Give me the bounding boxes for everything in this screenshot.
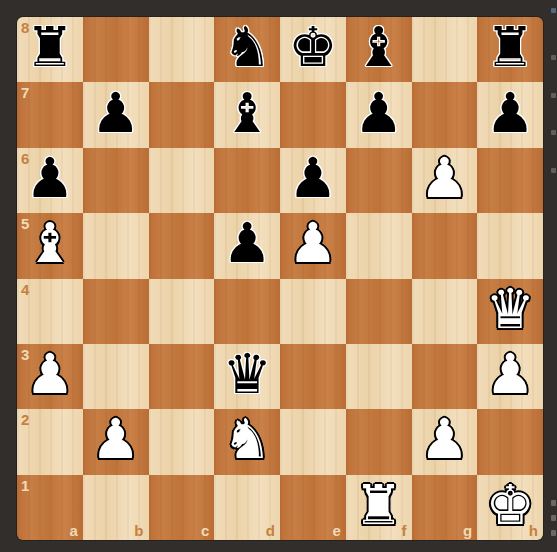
square-g6[interactable]: ♟	[412, 148, 478, 213]
square-d5[interactable]: ♟	[214, 213, 280, 278]
square-g2[interactable]: ♟	[412, 409, 478, 474]
square-g4[interactable]	[412, 279, 478, 344]
square-e4[interactable]	[280, 279, 346, 344]
piece-white-pawn[interactable]: ♟	[91, 412, 140, 467]
piece-white-rook[interactable]: ♜	[354, 478, 403, 533]
square-h3[interactable]: ♟	[477, 344, 543, 409]
square-h2[interactable]	[477, 409, 543, 474]
rank-label-1: 1	[21, 477, 29, 494]
square-f6[interactable]	[346, 148, 412, 213]
square-b8[interactable]	[83, 17, 149, 82]
piece-black-bishop[interactable]: ♝	[222, 86, 271, 141]
cutoff-text-fragment	[551, 500, 556, 506]
square-h4[interactable]: ♛	[477, 279, 543, 344]
square-d4[interactable]	[214, 279, 280, 344]
square-g3[interactable]	[412, 344, 478, 409]
square-h6[interactable]	[477, 148, 543, 213]
piece-black-pawn[interactable]: ♟	[288, 151, 337, 206]
square-h1[interactable]: h♚	[477, 475, 543, 540]
square-f4[interactable]	[346, 279, 412, 344]
square-g8[interactable]	[412, 17, 478, 82]
cutoff-text-fragment	[551, 93, 556, 98]
rank-label-4: 4	[21, 281, 29, 298]
square-c7[interactable]	[149, 82, 215, 147]
square-a3[interactable]: 3♟	[17, 344, 83, 409]
square-c8[interactable]	[149, 17, 215, 82]
square-e3[interactable]	[280, 344, 346, 409]
file-label-b: b	[134, 522, 143, 539]
square-e6[interactable]: ♟	[280, 148, 346, 213]
square-b4[interactable]	[83, 279, 149, 344]
square-g5[interactable]	[412, 213, 478, 278]
file-label-c: c	[201, 522, 209, 539]
piece-white-pawn[interactable]: ♟	[25, 347, 74, 402]
square-f8[interactable]: ♝	[346, 17, 412, 82]
file-label-e: e	[332, 522, 340, 539]
square-f7[interactable]: ♟	[346, 82, 412, 147]
square-d1[interactable]: d	[214, 475, 280, 540]
piece-white-knight[interactable]: ♞	[222, 412, 271, 467]
square-a8[interactable]: 8♜	[17, 17, 83, 82]
square-a4[interactable]: 4	[17, 279, 83, 344]
piece-white-king[interactable]: ♚	[485, 478, 534, 533]
square-c3[interactable]	[149, 344, 215, 409]
square-g1[interactable]: g	[412, 475, 478, 540]
file-label-a: a	[69, 522, 77, 539]
piece-white-pawn[interactable]: ♟	[485, 347, 534, 402]
square-d8[interactable]: ♞	[214, 17, 280, 82]
square-h5[interactable]	[477, 213, 543, 278]
square-a5[interactable]: 5♝	[17, 213, 83, 278]
cutoff-text-fragment	[551, 8, 556, 13]
file-label-g: g	[463, 522, 472, 539]
piece-black-rook[interactable]: ♜	[25, 20, 74, 75]
square-b2[interactable]: ♟	[83, 409, 149, 474]
piece-black-pawn[interactable]: ♟	[25, 151, 74, 206]
piece-black-knight[interactable]: ♞	[222, 20, 271, 75]
cutoff-text-fragment	[551, 55, 556, 60]
square-d6[interactable]	[214, 148, 280, 213]
rank-label-7: 7	[21, 84, 29, 101]
square-e5[interactable]: ♟	[280, 213, 346, 278]
file-label-d: d	[266, 522, 275, 539]
piece-white-bishop[interactable]: ♝	[25, 216, 74, 271]
square-f3[interactable]	[346, 344, 412, 409]
square-b6[interactable]	[83, 148, 149, 213]
piece-white-pawn[interactable]: ♟	[420, 151, 469, 206]
square-a1[interactable]: 1a	[17, 475, 83, 540]
square-c2[interactable]	[149, 409, 215, 474]
square-e7[interactable]	[280, 82, 346, 147]
square-d3[interactable]: ♛	[214, 344, 280, 409]
cutoff-text-fragment	[551, 168, 556, 173]
square-f1[interactable]: f♜	[346, 475, 412, 540]
square-c4[interactable]	[149, 279, 215, 344]
piece-white-pawn[interactable]: ♟	[288, 216, 337, 271]
piece-black-pawn[interactable]: ♟	[222, 216, 271, 271]
square-f5[interactable]	[346, 213, 412, 278]
piece-black-king[interactable]: ♚	[288, 20, 337, 75]
square-g7[interactable]	[412, 82, 478, 147]
chess-board: 8♜♞♚♝♜7♟♝♟♟6♟♟♟5♝♟♟4♛3♟♛♟2♟♞♟1abcdef♜gh♚	[17, 17, 543, 540]
square-c6[interactable]	[149, 148, 215, 213]
cutoff-text-fragment	[551, 530, 556, 536]
piece-white-pawn[interactable]: ♟	[420, 412, 469, 467]
piece-black-pawn[interactable]: ♟	[91, 86, 140, 141]
cutoff-text-fragment	[551, 515, 556, 521]
piece-black-rook[interactable]: ♜	[485, 20, 534, 75]
piece-white-queen[interactable]: ♛	[485, 282, 534, 337]
piece-black-pawn[interactable]: ♟	[485, 86, 534, 141]
piece-black-queen[interactable]: ♛	[222, 347, 271, 402]
square-d2[interactable]: ♞	[214, 409, 280, 474]
square-a6[interactable]: 6♟	[17, 148, 83, 213]
app-background: { "game": "chess", "position": { "fen": …	[0, 0, 557, 552]
square-a2[interactable]: 2	[17, 409, 83, 474]
rank-label-2: 2	[21, 411, 29, 428]
piece-black-pawn[interactable]: ♟	[354, 86, 403, 141]
square-h8[interactable]: ♜	[477, 17, 543, 82]
square-e2[interactable]	[280, 409, 346, 474]
square-h7[interactable]: ♟	[477, 82, 543, 147]
square-b1[interactable]: b	[83, 475, 149, 540]
square-c1[interactable]: c	[149, 475, 215, 540]
square-e1[interactable]: e	[280, 475, 346, 540]
square-c5[interactable]	[149, 213, 215, 278]
square-b7[interactable]: ♟	[83, 82, 149, 147]
square-d7[interactable]: ♝	[214, 82, 280, 147]
square-f2[interactable]	[346, 409, 412, 474]
square-b3[interactable]	[83, 344, 149, 409]
square-a7[interactable]: 7	[17, 82, 83, 147]
square-b5[interactable]	[83, 213, 149, 278]
piece-black-bishop[interactable]: ♝	[354, 20, 403, 75]
cutoff-text-fragment	[551, 130, 556, 135]
square-e8[interactable]: ♚	[280, 17, 346, 82]
